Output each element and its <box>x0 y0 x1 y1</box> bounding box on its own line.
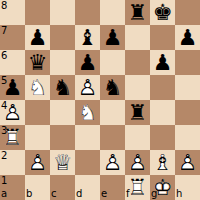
white-pawn-piece[interactable]: ♟♙ <box>0 100 25 125</box>
rank-label-6: 6 <box>1 51 7 61</box>
square-a3[interactable]: 3♜♖ <box>0 125 25 150</box>
square-d7[interactable]: ♝ <box>75 25 100 50</box>
black-rook-piece[interactable]: ♜ <box>125 100 150 125</box>
white-pawn-piece[interactable]: ♟♙ <box>100 150 125 175</box>
black-knight-piece[interactable]: ♞ <box>100 75 125 100</box>
white-pawn-outline: ♙ <box>100 150 125 175</box>
square-b7[interactable]: ♟ <box>25 25 50 50</box>
square-g6[interactable]: ♟ <box>150 50 175 75</box>
black-pawn-piece[interactable]: ♟ <box>175 25 200 50</box>
square-b4[interactable] <box>25 100 50 125</box>
square-e3[interactable] <box>100 125 125 150</box>
square-d1[interactable]: d <box>75 175 100 200</box>
square-g1[interactable]: g♚♔ <box>150 175 175 200</box>
white-pawn-outline: ♙ <box>125 150 150 175</box>
white-rook-outline: ♖ <box>125 175 150 200</box>
white-queen-piece[interactable]: ♛♕ <box>50 150 75 175</box>
square-h5[interactable] <box>175 75 200 100</box>
rank-label-7: 7 <box>1 26 7 36</box>
square-a4[interactable]: 4♟♙ <box>0 100 25 125</box>
white-rook-piece[interactable]: ♜♖ <box>125 175 150 200</box>
white-bishop-piece[interactable]: ♝♗ <box>150 150 175 175</box>
white-pawn-piece[interactable]: ♟♙ <box>25 150 50 175</box>
white-king-outline: ♔ <box>150 175 175 200</box>
square-e6[interactable] <box>100 50 125 75</box>
white-knight-piece[interactable]: ♞♘ <box>75 100 100 125</box>
black-pawn-piece[interactable]: ♟ <box>0 75 25 100</box>
square-b6[interactable]: ♛ <box>25 50 50 75</box>
white-queen-outline: ♕ <box>50 150 75 175</box>
square-c1[interactable]: c <box>50 175 75 200</box>
white-rook-piece[interactable]: ♜♖ <box>0 125 25 150</box>
square-g8[interactable]: ♚ <box>150 0 175 25</box>
white-pawn-outline: ♙ <box>175 150 200 175</box>
square-h3[interactable] <box>175 125 200 150</box>
square-h4[interactable] <box>175 100 200 125</box>
rank-label-8: 8 <box>1 1 7 11</box>
square-e4[interactable] <box>100 100 125 125</box>
white-pawn-outline: ♙ <box>0 100 25 125</box>
square-d6[interactable]: ♟ <box>75 50 100 75</box>
black-rook-piece[interactable]: ♜ <box>125 0 150 25</box>
black-queen-piece[interactable]: ♛ <box>25 50 50 75</box>
file-label-d: d <box>76 189 82 199</box>
file-label-a: a <box>1 189 7 199</box>
square-a5[interactable]: 5♟ <box>0 75 25 100</box>
square-f1[interactable]: f♜♖ <box>125 175 150 200</box>
square-h8[interactable] <box>175 0 200 25</box>
square-a2[interactable]: 2 <box>0 150 25 175</box>
square-c8[interactable] <box>50 0 75 25</box>
square-d8[interactable] <box>75 0 100 25</box>
white-bishop-outline: ♗ <box>150 150 175 175</box>
file-label-e: e <box>101 189 107 199</box>
square-e2[interactable]: ♟♙ <box>100 150 125 175</box>
file-label-b: b <box>26 189 32 199</box>
square-g3[interactable] <box>150 125 175 150</box>
square-g4[interactable] <box>150 100 175 125</box>
file-label-h: h <box>176 189 182 199</box>
square-d2[interactable] <box>75 150 100 175</box>
black-bishop-piece[interactable]: ♝ <box>75 25 100 50</box>
square-f6[interactable] <box>125 50 150 75</box>
square-f7[interactable] <box>125 25 150 50</box>
square-f3[interactable] <box>125 125 150 150</box>
white-rook-outline: ♖ <box>0 125 25 150</box>
square-c3[interactable] <box>50 125 75 150</box>
black-pawn-piece[interactable]: ♟ <box>150 50 175 75</box>
black-knight-piece[interactable]: ♞ <box>50 75 75 100</box>
square-e7[interactable]: ♟ <box>100 25 125 50</box>
square-c4[interactable] <box>50 100 75 125</box>
square-d3[interactable] <box>75 125 100 150</box>
square-b5[interactable]: ♞♘ <box>25 75 50 100</box>
square-d4[interactable]: ♞♘ <box>75 100 100 125</box>
white-pawn-piece[interactable]: ♟♙ <box>125 150 150 175</box>
square-c2[interactable]: ♛♕ <box>50 150 75 175</box>
black-pawn-piece[interactable]: ♟ <box>75 50 100 75</box>
square-a8[interactable]: 8 <box>0 0 25 25</box>
square-f5[interactable] <box>125 75 150 100</box>
square-b8[interactable] <box>25 0 50 25</box>
file-label-c: c <box>51 189 57 199</box>
square-g2[interactable]: ♝♗ <box>150 150 175 175</box>
square-a7[interactable]: 7 <box>0 25 25 50</box>
square-b2[interactable]: ♟♙ <box>25 150 50 175</box>
white-pawn-outline: ♙ <box>25 150 50 175</box>
square-h6[interactable] <box>175 50 200 75</box>
white-knight-piece[interactable]: ♞♘ <box>25 75 50 100</box>
square-c5[interactable]: ♞ <box>50 75 75 100</box>
square-a1[interactable]: 1a <box>0 175 25 200</box>
square-a6[interactable]: 6 <box>0 50 25 75</box>
square-d5[interactable]: ♟♙ <box>75 75 100 100</box>
square-g7[interactable] <box>150 25 175 50</box>
square-h1[interactable]: h <box>175 175 200 200</box>
square-e1[interactable]: e <box>100 175 125 200</box>
square-f4[interactable]: ♜ <box>125 100 150 125</box>
square-e5[interactable]: ♞ <box>100 75 125 100</box>
square-e8[interactable] <box>100 0 125 25</box>
square-c6[interactable] <box>50 50 75 75</box>
square-c7[interactable] <box>50 25 75 50</box>
white-knight-outline: ♘ <box>75 100 100 125</box>
white-pawn-piece[interactable]: ♟♙ <box>175 150 200 175</box>
square-f2[interactable]: ♟♙ <box>125 150 150 175</box>
chess-board: 8♜♚7♟♝♟♟6♛♟♟5♟♞♘♞♟♙♞4♟♙♞♘♜3♜♖2♟♙♛♕♟♙♟♙♝♗… <box>0 0 200 200</box>
square-g5[interactable] <box>150 75 175 100</box>
square-b1[interactable]: b <box>25 175 50 200</box>
rank-label-2: 2 <box>1 151 7 161</box>
square-f8[interactable]: ♜ <box>125 0 150 25</box>
black-pawn-piece[interactable]: ♟ <box>100 25 125 50</box>
black-pawn-piece[interactable]: ♟ <box>25 25 50 50</box>
black-king-piece[interactable]: ♚ <box>150 0 175 25</box>
square-h2[interactable]: ♟♙ <box>175 150 200 175</box>
rank-label-1: 1 <box>1 176 7 186</box>
square-h7[interactable]: ♟ <box>175 25 200 50</box>
white-knight-outline: ♘ <box>25 75 50 100</box>
white-king-piece[interactable]: ♚♔ <box>150 175 175 200</box>
white-pawn-outline: ♙ <box>75 75 100 100</box>
chess-board-screenshot: 8♜♚7♟♝♟♟6♛♟♟5♟♞♘♞♟♙♞4♟♙♞♘♜3♜♖2♟♙♛♕♟♙♟♙♝♗… <box>0 0 200 200</box>
white-pawn-piece[interactable]: ♟♙ <box>75 75 100 100</box>
square-b3[interactable] <box>25 125 50 150</box>
